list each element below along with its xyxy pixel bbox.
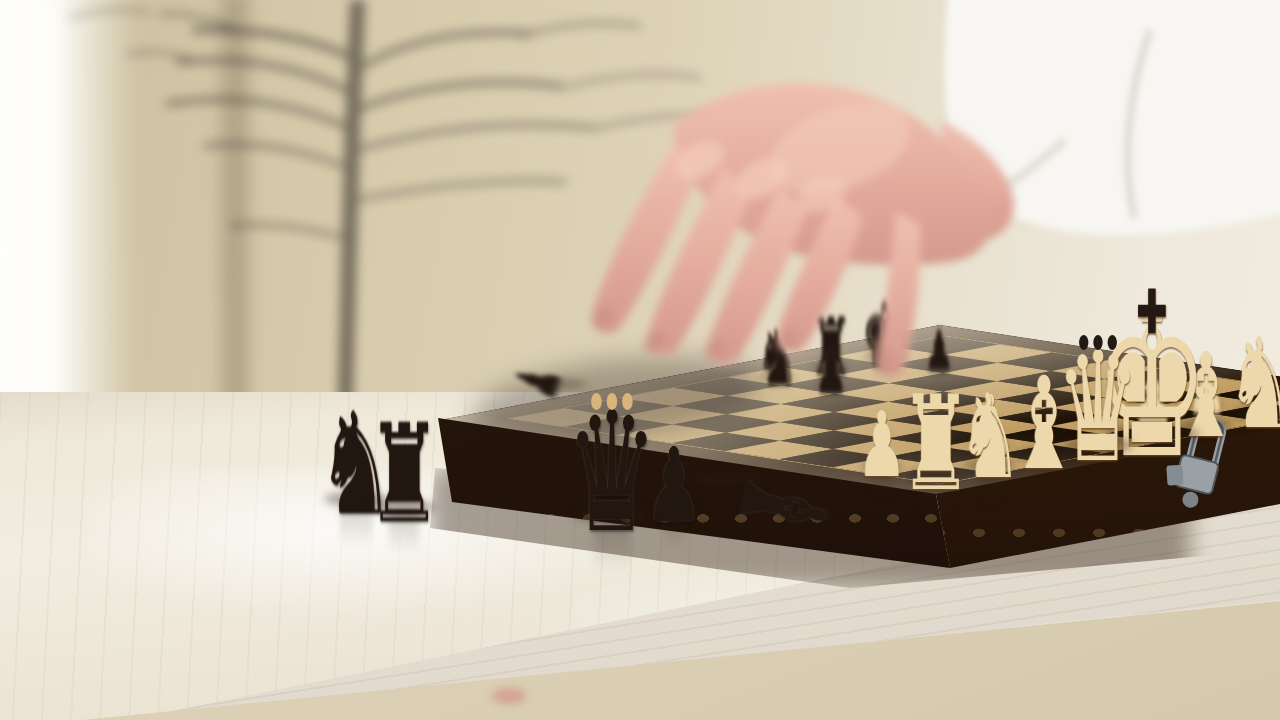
piece-finial-tips-light	[591, 393, 632, 410]
black-king-g8[interactable]: ♚	[861, 292, 909, 379]
white-rook-a1[interactable]: ♜	[899, 378, 972, 509]
black-queen-captured-2[interactable]: ♛	[566, 390, 658, 556]
table-smudge	[492, 688, 526, 704]
black-rook-captured-1[interactable]: ♜	[366, 406, 442, 542]
piece-finial-cross-dark: ✚	[1136, 281, 1168, 342]
black-knight-e8[interactable]: ♞	[756, 320, 798, 396]
black-pawn-e7[interactable]: ♟	[814, 341, 847, 401]
piece-finial-tips-dark	[1079, 335, 1117, 350]
scene: ♟♜♞♟♝♛♚✚♝♞♜♟♟♞♜♚♟♟♞♜♛♟♝♟	[0, 0, 1280, 720]
